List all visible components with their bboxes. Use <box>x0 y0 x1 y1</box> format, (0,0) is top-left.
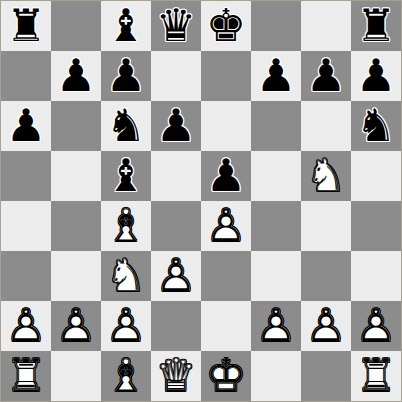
black-rook[interactable]: ♜ <box>351 1 401 51</box>
square-b3[interactable] <box>51 251 101 301</box>
black-queen[interactable]: ♛ <box>151 1 201 51</box>
chess-board-window: ♜♝♛♚♜♟♟♟♟♟♟♞♟♞♝♟♞♘♝♗♟♙♞♘♟♙♟♙♟♙♟♙♟♙♟♙♟♙♜♖… <box>0 0 402 402</box>
square-h5[interactable] <box>351 151 401 201</box>
square-a4[interactable] <box>1 201 51 251</box>
square-g7[interactable]: ♟ <box>301 51 351 101</box>
square-g1[interactable] <box>301 351 351 401</box>
square-e6[interactable] <box>201 101 251 151</box>
black-pawn-glyph: ♟ <box>51 51 101 101</box>
square-a3[interactable] <box>1 251 51 301</box>
square-a5[interactable] <box>1 151 51 201</box>
black-knight-glyph: ♞ <box>101 101 151 151</box>
black-pawn-glyph: ♟ <box>1 101 51 151</box>
white-bishop[interactable]: ♝♗ <box>101 351 151 401</box>
square-e7[interactable] <box>201 51 251 101</box>
black-knight-glyph: ♞ <box>351 101 401 151</box>
square-f1[interactable] <box>251 351 301 401</box>
white-pawn-detail: ♙ <box>201 201 251 251</box>
white-pawn[interactable]: ♟♙ <box>251 301 301 351</box>
square-c1[interactable]: ♝♗ <box>101 351 151 401</box>
square-g8[interactable] <box>301 1 351 51</box>
black-knight[interactable]: ♞ <box>101 101 151 151</box>
square-h1[interactable]: ♜♖ <box>351 351 401 401</box>
square-a1[interactable]: ♜♖ <box>1 351 51 401</box>
black-knight[interactable]: ♞ <box>351 101 401 151</box>
square-e4[interactable]: ♟♙ <box>201 201 251 251</box>
white-queen-detail: ♕ <box>151 351 201 401</box>
white-pawn[interactable]: ♟♙ <box>1 301 51 351</box>
square-e5[interactable]: ♟ <box>201 151 251 201</box>
black-pawn-glyph: ♟ <box>301 51 351 101</box>
square-c3[interactable]: ♞♘ <box>101 251 151 301</box>
square-f2[interactable]: ♟♙ <box>251 301 301 351</box>
square-f3[interactable] <box>251 251 301 301</box>
square-h3[interactable] <box>351 251 401 301</box>
white-queen[interactable]: ♛♕ <box>151 351 201 401</box>
black-pawn[interactable]: ♟ <box>151 101 201 151</box>
black-king-glyph: ♚ <box>201 1 251 51</box>
square-c4[interactable]: ♝♗ <box>101 201 151 251</box>
black-pawn[interactable]: ♟ <box>51 51 101 101</box>
square-d3[interactable]: ♟♙ <box>151 251 201 301</box>
square-a7[interactable] <box>1 51 51 101</box>
white-king[interactable]: ♚♔ <box>201 351 251 401</box>
square-a2[interactable]: ♟♙ <box>1 301 51 351</box>
white-pawn-detail: ♙ <box>251 301 301 351</box>
chess-board: ♜♝♛♚♜♟♟♟♟♟♟♞♟♞♝♟♞♘♝♗♟♙♞♘♟♙♟♙♟♙♟♙♟♙♟♙♟♙♜♖… <box>0 0 402 402</box>
square-b4[interactable] <box>51 201 101 251</box>
square-g6[interactable] <box>301 101 351 151</box>
white-knight[interactable]: ♞♘ <box>101 251 151 301</box>
white-knight[interactable]: ♞♘ <box>301 151 351 201</box>
black-pawn[interactable]: ♟ <box>101 51 151 101</box>
white-pawn[interactable]: ♟♙ <box>351 301 401 351</box>
square-d6[interactable]: ♟ <box>151 101 201 151</box>
white-bishop-detail: ♗ <box>101 201 151 251</box>
white-king-detail: ♔ <box>201 351 251 401</box>
black-pawn[interactable]: ♟ <box>251 51 301 101</box>
black-pawn[interactable]: ♟ <box>1 101 51 151</box>
white-pawn[interactable]: ♟♙ <box>301 301 351 351</box>
white-pawn-detail: ♙ <box>1 301 51 351</box>
square-f6[interactable] <box>251 101 301 151</box>
square-h8[interactable]: ♜ <box>351 1 401 51</box>
square-e2[interactable] <box>201 301 251 351</box>
white-bishop[interactable]: ♝♗ <box>101 201 151 251</box>
white-bishop-detail: ♗ <box>101 351 151 401</box>
black-pawn-glyph: ♟ <box>351 51 401 101</box>
square-d5[interactable] <box>151 151 201 201</box>
black-bishop-glyph: ♝ <box>101 151 151 201</box>
square-b2[interactable]: ♟♙ <box>51 301 101 351</box>
white-rook[interactable]: ♜♖ <box>1 351 51 401</box>
square-g5[interactable]: ♞♘ <box>301 151 351 201</box>
square-a8[interactable]: ♜ <box>1 1 51 51</box>
white-rook-detail: ♖ <box>351 351 401 401</box>
square-h4[interactable] <box>351 201 401 251</box>
square-b1[interactable] <box>51 351 101 401</box>
square-d7[interactable] <box>151 51 201 101</box>
square-b6[interactable] <box>51 101 101 151</box>
white-pawn[interactable]: ♟♙ <box>51 301 101 351</box>
white-pawn-detail: ♙ <box>351 301 401 351</box>
square-f4[interactable] <box>251 201 301 251</box>
white-pawn-detail: ♙ <box>151 251 201 301</box>
white-pawn[interactable]: ♟♙ <box>151 251 201 301</box>
black-rook[interactable]: ♜ <box>1 1 51 51</box>
square-d1[interactable]: ♛♕ <box>151 351 201 401</box>
square-f8[interactable] <box>251 1 301 51</box>
black-bishop-glyph: ♝ <box>101 1 151 51</box>
square-c2[interactable]: ♟♙ <box>101 301 151 351</box>
square-b7[interactable]: ♟ <box>51 51 101 101</box>
square-c6[interactable]: ♞ <box>101 101 151 151</box>
black-pawn-glyph: ♟ <box>101 51 151 101</box>
black-pawn-glyph: ♟ <box>151 101 201 151</box>
black-pawn[interactable]: ♟ <box>351 51 401 101</box>
square-h7[interactable]: ♟ <box>351 51 401 101</box>
square-b5[interactable] <box>51 151 101 201</box>
square-c7[interactable]: ♟ <box>101 51 151 101</box>
square-d8[interactable]: ♛ <box>151 1 201 51</box>
square-d2[interactable] <box>151 301 201 351</box>
black-rook-glyph: ♜ <box>351 1 401 51</box>
square-e8[interactable]: ♚ <box>201 1 251 51</box>
square-g4[interactable] <box>301 201 351 251</box>
black-pawn[interactable]: ♟ <box>301 51 351 101</box>
black-bishop[interactable]: ♝ <box>101 1 151 51</box>
black-queen-glyph: ♛ <box>151 1 201 51</box>
white-pawn-detail: ♙ <box>101 301 151 351</box>
square-g3[interactable] <box>301 251 351 301</box>
black-bishop[interactable]: ♝ <box>101 151 151 201</box>
white-knight-detail: ♘ <box>301 151 351 201</box>
black-rook-glyph: ♜ <box>1 1 51 51</box>
square-h2[interactable]: ♟♙ <box>351 301 401 351</box>
square-g2[interactable]: ♟♙ <box>301 301 351 351</box>
black-pawn-glyph: ♟ <box>251 51 301 101</box>
square-h6[interactable]: ♞ <box>351 101 401 151</box>
square-d4[interactable] <box>151 201 201 251</box>
black-pawn-glyph: ♟ <box>201 151 251 201</box>
square-e3[interactable] <box>201 251 251 301</box>
black-king[interactable]: ♚ <box>201 1 251 51</box>
square-e1[interactable]: ♚♔ <box>201 351 251 401</box>
square-b8[interactable] <box>51 1 101 51</box>
white-knight-detail: ♘ <box>101 251 151 301</box>
square-c5[interactable]: ♝ <box>101 151 151 201</box>
white-pawn[interactable]: ♟♙ <box>101 301 151 351</box>
square-f7[interactable]: ♟ <box>251 51 301 101</box>
square-a6[interactable]: ♟ <box>1 101 51 151</box>
white-pawn[interactable]: ♟♙ <box>201 201 251 251</box>
white-pawn-detail: ♙ <box>301 301 351 351</box>
white-pawn-detail: ♙ <box>51 301 101 351</box>
white-rook[interactable]: ♜♖ <box>351 351 401 401</box>
black-pawn[interactable]: ♟ <box>201 151 251 201</box>
square-f5[interactable] <box>251 151 301 201</box>
square-c8[interactable]: ♝ <box>101 1 151 51</box>
white-rook-detail: ♖ <box>1 351 51 401</box>
